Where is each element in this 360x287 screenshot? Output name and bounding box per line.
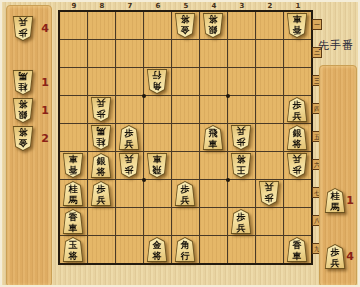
piece-kanji: 銀将 bbox=[286, 128, 308, 149]
square-2五[interactable] bbox=[256, 124, 283, 151]
square-2七[interactable]: 歩兵 bbox=[256, 180, 283, 207]
square-8三[interactable] bbox=[88, 68, 115, 95]
square-1九[interactable]: 香車 bbox=[284, 236, 311, 263]
square-9九[interactable]: 玉将 bbox=[60, 236, 87, 263]
square-5四[interactable] bbox=[172, 96, 199, 123]
piece-sente[interactable]: 香車 bbox=[286, 237, 308, 262]
square-1七[interactable] bbox=[284, 180, 311, 207]
piece-kanji: 銀将 bbox=[12, 99, 34, 120]
piece-kanji: 飛車 bbox=[202, 128, 224, 149]
piece-gote[interactable]: 金将 bbox=[12, 126, 34, 151]
piece-sente[interactable]: 歩兵 bbox=[286, 97, 308, 122]
piece-gote[interactable]: 香車 bbox=[62, 153, 84, 178]
square-3六[interactable]: 王将 bbox=[228, 152, 255, 179]
square-7八[interactable] bbox=[116, 208, 143, 235]
square-7三[interactable] bbox=[116, 68, 143, 95]
piece-kanji: 歩兵 bbox=[258, 182, 280, 203]
piece-kanji: 桂馬 bbox=[62, 184, 84, 205]
piece-sente[interactable]: 角行 bbox=[174, 237, 196, 262]
piece-sente[interactable]: 銀将 bbox=[286, 125, 308, 150]
square-5二[interactable] bbox=[172, 40, 199, 67]
piece-kanji: 歩兵 bbox=[230, 212, 252, 233]
piece-kanji: 金将 bbox=[12, 127, 34, 148]
piece-kanji: 香車 bbox=[62, 212, 84, 233]
square-8二[interactable] bbox=[88, 40, 115, 67]
file-label-3: 3 bbox=[228, 2, 256, 10]
piece-sente[interactable]: 歩兵 bbox=[324, 244, 346, 269]
piece-kanji: 歩兵 bbox=[118, 128, 140, 149]
piece-sente[interactable]: 桂馬 bbox=[62, 181, 84, 206]
piece-kanji: 歩兵 bbox=[174, 184, 196, 205]
captured-金将[interactable]: 金将2 bbox=[7, 126, 51, 154]
square-9四[interactable] bbox=[60, 96, 87, 123]
piece-kanji: 香車 bbox=[286, 240, 308, 261]
square-7二[interactable] bbox=[116, 40, 143, 67]
square-8五[interactable]: 桂馬 bbox=[88, 124, 115, 151]
piece-gote[interactable]: 歩兵 bbox=[90, 97, 112, 122]
square-1二[interactable] bbox=[284, 40, 311, 67]
piece-gote[interactable]: 歩兵 bbox=[258, 181, 280, 206]
square-3八[interactable]: 歩兵 bbox=[228, 208, 255, 235]
square-2四[interactable] bbox=[256, 96, 283, 123]
piece-kanji: 玉将 bbox=[62, 240, 84, 261]
piece-kanji: 桂馬 bbox=[12, 71, 34, 92]
square-8七[interactable]: 歩兵 bbox=[88, 180, 115, 207]
piece-kanji: 歩兵 bbox=[324, 247, 346, 268]
square-6三[interactable]: 角行 bbox=[144, 68, 171, 95]
square-2六[interactable] bbox=[256, 152, 283, 179]
square-5六[interactable] bbox=[172, 152, 199, 179]
captured-count: 4 bbox=[41, 22, 49, 35]
piece-gote[interactable]: 桂馬 bbox=[12, 70, 34, 95]
square-9二[interactable] bbox=[60, 40, 87, 67]
square-5一[interactable]: 金将 bbox=[172, 12, 199, 39]
square-4一[interactable]: 銀将 bbox=[200, 12, 227, 39]
piece-kanji: 歩兵 bbox=[118, 154, 140, 175]
file-label-8: 8 bbox=[88, 2, 116, 10]
captured-count: 1 bbox=[41, 104, 49, 117]
piece-gote[interactable]: 王将 bbox=[230, 153, 252, 178]
hoshi-dot bbox=[142, 178, 146, 182]
piece-kanji: 香車 bbox=[62, 154, 84, 175]
square-2三[interactable] bbox=[256, 68, 283, 95]
piece-kanji: 角行 bbox=[146, 70, 168, 91]
square-9五[interactable] bbox=[60, 124, 87, 151]
square-3七[interactable] bbox=[228, 180, 255, 207]
square-6四[interactable] bbox=[144, 96, 171, 123]
square-8八[interactable] bbox=[88, 208, 115, 235]
shogi-board: 金将銀将香車角行歩兵歩兵桂馬歩兵飛車歩兵銀将香車銀将歩兵飛車王将歩兵桂馬歩兵歩兵… bbox=[58, 10, 313, 265]
piece-gote[interactable]: 銀将 bbox=[12, 98, 34, 123]
square-5八[interactable] bbox=[172, 208, 199, 235]
piece-sente[interactable]: 金将 bbox=[146, 237, 168, 262]
square-5七[interactable]: 歩兵 bbox=[172, 180, 199, 207]
hoshi-dot bbox=[142, 94, 146, 98]
sente-captured-tray: 桂馬1歩兵4 bbox=[319, 65, 357, 287]
piece-gote[interactable]: 銀将 bbox=[202, 13, 224, 38]
square-1五[interactable]: 銀将 bbox=[284, 124, 311, 151]
square-3九[interactable] bbox=[228, 236, 255, 263]
piece-sente[interactable]: 歩兵 bbox=[230, 209, 252, 234]
square-6一[interactable] bbox=[144, 12, 171, 39]
square-9六[interactable]: 香車 bbox=[60, 152, 87, 179]
square-7七[interactable] bbox=[116, 180, 143, 207]
piece-kanji: 歩兵 bbox=[90, 184, 112, 205]
square-4二[interactable] bbox=[200, 40, 227, 67]
piece-kanji: 金将 bbox=[146, 240, 168, 261]
square-9三[interactable] bbox=[60, 68, 87, 95]
piece-kanji: 飛車 bbox=[146, 154, 168, 175]
piece-gote[interactable]: 飛車 bbox=[146, 153, 168, 178]
captured-count: 1 bbox=[41, 76, 49, 89]
piece-kanji: 王将 bbox=[230, 154, 252, 175]
square-6二[interactable] bbox=[144, 40, 171, 67]
square-4三[interactable] bbox=[200, 68, 227, 95]
piece-gote[interactable]: 角行 bbox=[146, 69, 168, 94]
square-4五[interactable]: 飛車 bbox=[200, 124, 227, 151]
square-1一[interactable]: 香車 bbox=[284, 12, 311, 39]
captured-count: 4 bbox=[346, 250, 354, 263]
piece-kanji: 香車 bbox=[286, 14, 308, 35]
file-labels: 987654321 bbox=[60, 2, 312, 10]
piece-kanji: 銀将 bbox=[202, 14, 224, 35]
square-2九[interactable] bbox=[256, 236, 283, 263]
square-1四[interactable]: 歩兵 bbox=[284, 96, 311, 123]
captured-count: 2 bbox=[41, 132, 49, 145]
square-4九[interactable] bbox=[200, 236, 227, 263]
square-3一[interactable] bbox=[228, 12, 255, 39]
file-label-9: 9 bbox=[60, 2, 88, 10]
square-5五[interactable] bbox=[172, 124, 199, 151]
piece-kanji: 金将 bbox=[174, 14, 196, 35]
piece-kanji: 角行 bbox=[174, 240, 196, 261]
square-1六[interactable]: 歩兵 bbox=[284, 152, 311, 179]
file-label-4: 4 bbox=[200, 2, 228, 10]
square-4六[interactable] bbox=[200, 152, 227, 179]
square-8六[interactable]: 銀将 bbox=[88, 152, 115, 179]
square-9八[interactable]: 香車 bbox=[60, 208, 87, 235]
piece-gote[interactable]: 桂馬 bbox=[90, 125, 112, 150]
square-8一[interactable] bbox=[88, 12, 115, 39]
square-9一[interactable] bbox=[60, 12, 87, 39]
gote-captured-tray: 歩兵4桂馬1銀将1金将2 bbox=[6, 5, 52, 287]
piece-kanji: 歩兵 bbox=[286, 100, 308, 121]
piece-sente[interactable]: 歩兵 bbox=[118, 125, 140, 150]
captured-歩兵[interactable]: 歩兵4 bbox=[7, 16, 51, 44]
piece-sente[interactable]: 歩兵 bbox=[174, 181, 196, 206]
square-2一[interactable] bbox=[256, 12, 283, 39]
square-3四[interactable] bbox=[228, 96, 255, 123]
square-1三[interactable] bbox=[284, 68, 311, 95]
square-6九[interactable]: 金将 bbox=[144, 236, 171, 263]
piece-gote[interactable]: 歩兵 bbox=[12, 16, 34, 41]
square-7五[interactable]: 歩兵 bbox=[116, 124, 143, 151]
piece-gote[interactable]: 歩兵 bbox=[118, 153, 140, 178]
square-9七[interactable]: 桂馬 bbox=[60, 180, 87, 207]
file-label-6: 6 bbox=[144, 2, 172, 10]
square-1八[interactable] bbox=[284, 208, 311, 235]
square-2八[interactable] bbox=[256, 208, 283, 235]
square-3三[interactable] bbox=[228, 68, 255, 95]
piece-kanji: 歩兵 bbox=[286, 154, 308, 175]
square-7六[interactable]: 歩兵 bbox=[116, 152, 143, 179]
piece-kanji: 桂馬 bbox=[324, 191, 346, 212]
file-label-2: 2 bbox=[256, 2, 284, 10]
square-8四[interactable]: 歩兵 bbox=[88, 96, 115, 123]
piece-sente[interactable]: 歩兵 bbox=[90, 181, 112, 206]
piece-kanji: 歩兵 bbox=[12, 17, 34, 38]
square-8九[interactable] bbox=[88, 236, 115, 263]
piece-sente[interactable]: 銀将 bbox=[90, 153, 112, 178]
piece-sente[interactable]: 香車 bbox=[62, 209, 84, 234]
piece-sente[interactable]: 玉将 bbox=[62, 237, 84, 262]
square-3五[interactable]: 歩兵 bbox=[228, 124, 255, 151]
square-2二[interactable] bbox=[256, 40, 283, 67]
square-4八[interactable] bbox=[200, 208, 227, 235]
captured-桂馬[interactable]: 桂馬1 bbox=[7, 70, 51, 98]
captured-歩兵[interactable]: 歩兵4 bbox=[320, 244, 356, 272]
piece-kanji: 歩兵 bbox=[230, 126, 252, 147]
square-6八[interactable] bbox=[144, 208, 171, 235]
piece-kanji: 銀将 bbox=[90, 156, 112, 177]
captured-桂馬[interactable]: 桂馬1 bbox=[320, 188, 356, 216]
file-label-5: 5 bbox=[172, 2, 200, 10]
turn-indicator: 先手番 bbox=[318, 38, 360, 53]
rank-label-1: 一 bbox=[312, 19, 322, 30]
piece-gote[interactable]: 香車 bbox=[286, 13, 308, 38]
piece-gote[interactable]: 金将 bbox=[174, 13, 196, 38]
file-label-1: 1 bbox=[284, 2, 312, 10]
square-7九[interactable] bbox=[116, 236, 143, 263]
square-6五[interactable] bbox=[144, 124, 171, 151]
piece-sente[interactable]: 桂馬 bbox=[324, 188, 346, 213]
square-4七[interactable] bbox=[200, 180, 227, 207]
piece-kanji: 歩兵 bbox=[90, 98, 112, 119]
piece-gote[interactable]: 歩兵 bbox=[230, 125, 252, 150]
captured-count: 1 bbox=[346, 194, 354, 207]
piece-sente[interactable]: 飛車 bbox=[202, 125, 224, 150]
captured-銀将[interactable]: 銀将1 bbox=[7, 98, 51, 126]
hoshi-dot bbox=[226, 178, 230, 182]
square-7一[interactable] bbox=[116, 12, 143, 39]
hoshi-dot bbox=[226, 94, 230, 98]
piece-gote[interactable]: 歩兵 bbox=[286, 153, 308, 178]
square-6六[interactable]: 飛車 bbox=[144, 152, 171, 179]
square-4四[interactable] bbox=[200, 96, 227, 123]
piece-kanji: 桂馬 bbox=[90, 126, 112, 147]
square-5九[interactable]: 角行 bbox=[172, 236, 199, 263]
square-7四[interactable] bbox=[116, 96, 143, 123]
file-label-7: 7 bbox=[116, 2, 144, 10]
square-5三[interactable] bbox=[172, 68, 199, 95]
square-6七[interactable] bbox=[144, 180, 171, 207]
square-3二[interactable] bbox=[228, 40, 255, 67]
